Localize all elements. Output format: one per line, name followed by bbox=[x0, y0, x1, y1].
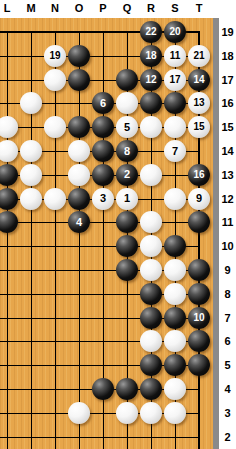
row-label-2: 2 bbox=[219, 431, 236, 443]
stone-white-S9 bbox=[164, 259, 186, 281]
column-label-T: T bbox=[189, 2, 209, 14]
move-number-22: 22 bbox=[145, 27, 156, 37]
stone-white-S14: 7 bbox=[164, 140, 186, 162]
stone-black-P13 bbox=[92, 164, 114, 186]
stone-black-O12 bbox=[68, 188, 90, 210]
stone-white-R3 bbox=[140, 402, 162, 424]
stone-white-S8 bbox=[164, 283, 186, 305]
row-label-8: 8 bbox=[219, 288, 236, 300]
column-label-M: M bbox=[21, 2, 41, 14]
column-label-P: P bbox=[93, 2, 113, 14]
stone-white-P12: 3 bbox=[92, 188, 114, 210]
row-label-19: 19 bbox=[219, 26, 236, 38]
move-number-21: 21 bbox=[193, 51, 204, 61]
move-number-16: 16 bbox=[193, 170, 204, 180]
stone-black-Q4 bbox=[116, 378, 138, 400]
move-number-8: 8 bbox=[124, 146, 130, 157]
row-label-4: 4 bbox=[219, 383, 236, 395]
grid-line-v-L bbox=[7, 32, 8, 449]
grid-line-v-O bbox=[79, 32, 80, 449]
row-label-6: 6 bbox=[219, 335, 236, 347]
stone-black-S7 bbox=[164, 307, 186, 329]
row-label-13: 13 bbox=[219, 169, 236, 181]
stone-black-P4 bbox=[92, 378, 114, 400]
stone-white-R9 bbox=[140, 259, 162, 281]
stone-black-R7 bbox=[140, 307, 162, 329]
stone-white-N18: 19 bbox=[44, 45, 66, 67]
row-label-11: 11 bbox=[219, 216, 236, 228]
move-number-10: 10 bbox=[193, 313, 204, 323]
move-number-9: 9 bbox=[196, 193, 202, 204]
stone-black-S19: 20 bbox=[164, 21, 186, 43]
stone-white-S17: 17 bbox=[164, 69, 186, 91]
column-label-R: R bbox=[141, 2, 161, 14]
stone-white-S12 bbox=[164, 188, 186, 210]
stone-black-Q17 bbox=[116, 69, 138, 91]
row-label-18: 18 bbox=[219, 50, 236, 62]
stone-white-T18: 21 bbox=[188, 45, 210, 67]
stone-black-T17: 14 bbox=[188, 69, 210, 91]
move-number-19: 19 bbox=[49, 51, 60, 61]
move-number-14: 14 bbox=[193, 75, 204, 85]
move-number-1: 1 bbox=[124, 193, 130, 204]
column-label-S: S bbox=[165, 2, 185, 14]
move-number-11: 11 bbox=[170, 51, 181, 61]
stone-black-R4 bbox=[140, 378, 162, 400]
stone-black-O18 bbox=[68, 45, 90, 67]
stone-black-Q14: 8 bbox=[116, 140, 138, 162]
row-label-12: 12 bbox=[219, 193, 236, 205]
row-label-16: 16 bbox=[219, 97, 236, 109]
grid-line-v-N bbox=[55, 32, 56, 449]
stone-white-T12: 9 bbox=[188, 188, 210, 210]
stone-black-T8 bbox=[188, 283, 210, 305]
stone-black-R19: 22 bbox=[140, 21, 162, 43]
stone-black-P14 bbox=[92, 140, 114, 162]
stone-white-S4 bbox=[164, 378, 186, 400]
move-number-7: 7 bbox=[172, 146, 178, 157]
stone-white-N12 bbox=[44, 188, 66, 210]
row-label-3: 3 bbox=[219, 407, 236, 419]
move-number-4: 4 bbox=[76, 217, 82, 228]
column-label-O: O bbox=[69, 2, 89, 14]
move-number-17: 17 bbox=[169, 75, 180, 85]
row-label-17: 17 bbox=[219, 74, 236, 86]
move-number-5: 5 bbox=[124, 122, 130, 133]
move-number-15: 15 bbox=[193, 122, 204, 132]
row-label-15: 15 bbox=[219, 121, 236, 133]
stone-black-T9 bbox=[188, 259, 210, 281]
row-label-14: 14 bbox=[219, 145, 236, 157]
stone-black-T13: 16 bbox=[188, 164, 210, 186]
stone-white-M12 bbox=[20, 188, 42, 210]
stone-black-R18: 18 bbox=[140, 45, 162, 67]
stone-black-Q9 bbox=[116, 259, 138, 281]
stone-white-S3 bbox=[164, 402, 186, 424]
move-number-2: 2 bbox=[124, 169, 130, 180]
column-label-Q: Q bbox=[117, 2, 137, 14]
stone-white-S18: 11 bbox=[164, 45, 186, 67]
stone-black-R17: 12 bbox=[140, 69, 162, 91]
stone-black-Q13: 2 bbox=[116, 164, 138, 186]
stone-white-O13 bbox=[68, 164, 90, 186]
stone-white-Q12: 1 bbox=[116, 188, 138, 210]
stone-white-M14 bbox=[20, 140, 42, 162]
stone-white-Q3 bbox=[116, 402, 138, 424]
move-number-3: 3 bbox=[100, 193, 106, 204]
stone-black-T7: 10 bbox=[188, 307, 210, 329]
row-label-9: 9 bbox=[219, 264, 236, 276]
stone-white-N17 bbox=[44, 69, 66, 91]
stone-white-O14 bbox=[68, 140, 90, 162]
move-number-13: 13 bbox=[193, 98, 204, 108]
move-number-12: 12 bbox=[145, 75, 156, 85]
stone-black-O17 bbox=[68, 69, 90, 91]
grid-line-h-11 bbox=[0, 222, 200, 223]
go-diagram: LMNOPQRST1918171615141312111098765432 22… bbox=[0, 0, 236, 449]
row-label-10: 10 bbox=[219, 240, 236, 252]
stone-black-R8 bbox=[140, 283, 162, 305]
row-label-7: 7 bbox=[219, 312, 236, 324]
column-label-N: N bbox=[45, 2, 65, 14]
stone-white-R13 bbox=[140, 164, 162, 186]
grid-line-h-2 bbox=[0, 437, 200, 438]
move-number-20: 20 bbox=[169, 27, 180, 37]
column-label-L: L bbox=[0, 2, 17, 14]
move-number-18: 18 bbox=[145, 51, 156, 61]
row-label-5: 5 bbox=[219, 359, 236, 371]
move-number-6: 6 bbox=[100, 98, 106, 109]
stone-white-M13 bbox=[20, 164, 42, 186]
stone-white-O3 bbox=[68, 402, 90, 424]
